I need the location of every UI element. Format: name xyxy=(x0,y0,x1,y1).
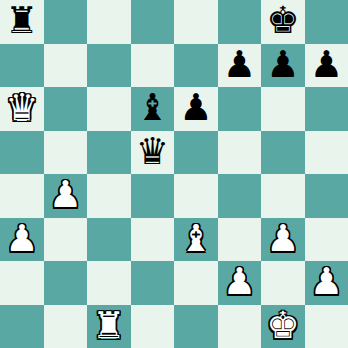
piece-white-bishop[interactable]: ♝ xyxy=(179,220,212,257)
square-b4[interactable]: ♟ xyxy=(44,174,88,218)
square-h7[interactable]: ♟ xyxy=(305,44,348,88)
piece-white-pawn[interactable]: ♟ xyxy=(266,220,299,257)
square-b6[interactable] xyxy=(44,87,88,131)
square-h8[interactable] xyxy=(305,0,348,44)
piece-black-pawn[interactable]: ♟ xyxy=(223,46,256,83)
square-b8[interactable] xyxy=(44,0,88,44)
square-c4[interactable] xyxy=(87,174,131,218)
piece-white-queen[interactable]: ♛ xyxy=(5,89,38,126)
square-h6[interactable] xyxy=(305,87,348,131)
square-e4[interactable] xyxy=(174,174,218,218)
square-c5[interactable] xyxy=(87,131,131,175)
piece-white-king[interactable]: ♚ xyxy=(266,307,299,344)
square-f8[interactable] xyxy=(218,0,262,44)
square-d4[interactable] xyxy=(131,174,175,218)
square-a5[interactable] xyxy=(0,131,44,175)
square-g1[interactable]: ♚ xyxy=(261,305,305,348)
square-c7[interactable] xyxy=(87,44,131,88)
square-b5[interactable] xyxy=(44,131,88,175)
piece-white-pawn[interactable]: ♟ xyxy=(5,220,38,257)
square-a8[interactable]: ♜ xyxy=(0,0,44,44)
square-f3[interactable] xyxy=(218,218,262,262)
square-e6[interactable]: ♟ xyxy=(174,87,218,131)
square-g8[interactable]: ♚ xyxy=(261,0,305,44)
piece-black-queen[interactable]: ♛ xyxy=(136,133,169,170)
square-f7[interactable]: ♟ xyxy=(218,44,262,88)
square-e3[interactable]: ♝ xyxy=(174,218,218,262)
square-h2[interactable]: ♟ xyxy=(305,261,348,305)
square-e7[interactable] xyxy=(174,44,218,88)
square-d1[interactable] xyxy=(131,305,175,348)
square-f5[interactable] xyxy=(218,131,262,175)
square-c1[interactable]: ♜ xyxy=(87,305,131,348)
square-a7[interactable] xyxy=(0,44,44,88)
piece-white-pawn[interactable]: ♟ xyxy=(310,263,343,300)
square-c8[interactable] xyxy=(87,0,131,44)
piece-black-pawn[interactable]: ♟ xyxy=(310,46,343,83)
square-d7[interactable] xyxy=(131,44,175,88)
square-f2[interactable]: ♟ xyxy=(218,261,262,305)
piece-black-pawn[interactable]: ♟ xyxy=(266,46,299,83)
square-f1[interactable] xyxy=(218,305,262,348)
square-e8[interactable] xyxy=(174,0,218,44)
square-h1[interactable] xyxy=(305,305,348,348)
square-a1[interactable] xyxy=(0,305,44,348)
piece-white-pawn[interactable]: ♟ xyxy=(49,176,82,213)
piece-black-king[interactable]: ♚ xyxy=(266,2,299,39)
square-c6[interactable] xyxy=(87,87,131,131)
square-b3[interactable] xyxy=(44,218,88,262)
square-e5[interactable] xyxy=(174,131,218,175)
piece-black-bishop[interactable]: ♝ xyxy=(136,89,169,126)
piece-white-pawn[interactable]: ♟ xyxy=(223,263,256,300)
square-h5[interactable] xyxy=(305,131,348,175)
piece-white-rook[interactable]: ♜ xyxy=(92,307,125,344)
chess-board: ♜♚♟♟♟♛♝♟♛♟♟♝♟♟♟♜♚ xyxy=(0,0,348,348)
square-e1[interactable] xyxy=(174,305,218,348)
piece-black-pawn[interactable]: ♟ xyxy=(179,89,212,126)
square-c2[interactable] xyxy=(87,261,131,305)
square-a3[interactable]: ♟ xyxy=(0,218,44,262)
square-h4[interactable] xyxy=(305,174,348,218)
square-d6[interactable]: ♝ xyxy=(131,87,175,131)
square-b1[interactable] xyxy=(44,305,88,348)
square-f6[interactable] xyxy=(218,87,262,131)
square-g5[interactable] xyxy=(261,131,305,175)
square-b7[interactable] xyxy=(44,44,88,88)
square-d3[interactable] xyxy=(131,218,175,262)
square-b2[interactable] xyxy=(44,261,88,305)
square-g3[interactable]: ♟ xyxy=(261,218,305,262)
square-a6[interactable]: ♛ xyxy=(0,87,44,131)
square-d8[interactable] xyxy=(131,0,175,44)
square-e2[interactable] xyxy=(174,261,218,305)
piece-black-rook[interactable]: ♜ xyxy=(5,2,38,39)
square-g4[interactable] xyxy=(261,174,305,218)
square-d2[interactable] xyxy=(131,261,175,305)
square-d5[interactable]: ♛ xyxy=(131,131,175,175)
square-g7[interactable]: ♟ xyxy=(261,44,305,88)
square-c3[interactable] xyxy=(87,218,131,262)
square-h3[interactable] xyxy=(305,218,348,262)
square-g6[interactable] xyxy=(261,87,305,131)
square-a4[interactable] xyxy=(0,174,44,218)
square-f4[interactable] xyxy=(218,174,262,218)
square-g2[interactable] xyxy=(261,261,305,305)
square-a2[interactable] xyxy=(0,261,44,305)
